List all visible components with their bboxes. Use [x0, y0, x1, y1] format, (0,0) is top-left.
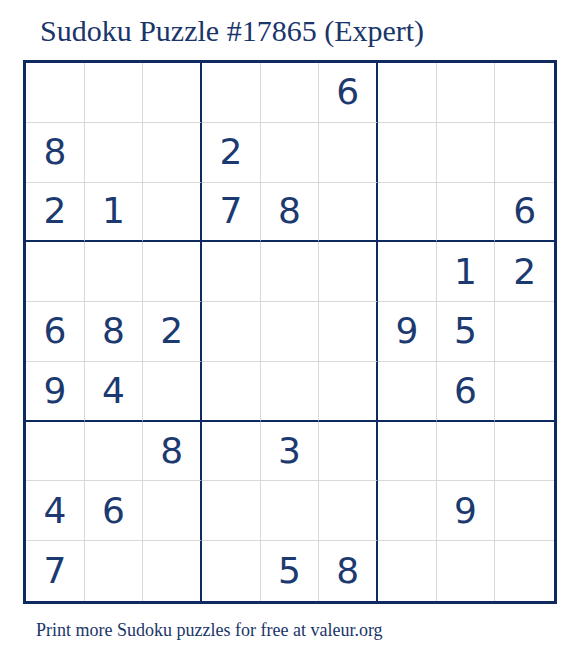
cell-r3c1: 2 — [26, 183, 85, 243]
cell-r1c9 — [495, 63, 554, 123]
cell-r5c1: 6 — [26, 302, 85, 362]
cell-r8c8: 9 — [437, 481, 496, 541]
cell-r8c9 — [495, 481, 554, 541]
cell-r7c7 — [378, 422, 437, 482]
cell-r9c8 — [437, 541, 496, 601]
cell-r7c8 — [437, 422, 496, 482]
cell-r8c4 — [202, 481, 261, 541]
cell-r5c3: 2 — [143, 302, 202, 362]
cell-r6c1: 9 — [26, 362, 85, 422]
cell-r4c7 — [378, 242, 437, 302]
cell-r8c7 — [378, 481, 437, 541]
cell-r4c3 — [143, 242, 202, 302]
cell-r6c4 — [202, 362, 261, 422]
cell-r7c5: 3 — [261, 422, 320, 482]
cell-r8c6 — [319, 481, 378, 541]
cell-r8c1: 4 — [26, 481, 85, 541]
cell-r6c5 — [261, 362, 320, 422]
cell-r5c6 — [319, 302, 378, 362]
cell-r6c8: 6 — [437, 362, 496, 422]
cell-r5c8: 5 — [437, 302, 496, 362]
cell-r4c1 — [26, 242, 85, 302]
cell-r7c3: 8 — [143, 422, 202, 482]
cell-r1c2 — [85, 63, 144, 123]
cell-r8c5 — [261, 481, 320, 541]
cell-r9c7 — [378, 541, 437, 601]
cell-r3c8 — [437, 183, 496, 243]
cell-r5c2: 8 — [85, 302, 144, 362]
cell-r3c4: 7 — [202, 183, 261, 243]
cell-r5c7: 9 — [378, 302, 437, 362]
cell-r7c2 — [85, 422, 144, 482]
cell-r2c4: 2 — [202, 123, 261, 183]
cell-r3c9: 6 — [495, 183, 554, 243]
cell-r9c4 — [202, 541, 261, 601]
page-title: Sudoku Puzzle #17865 (Expert) — [40, 14, 424, 48]
cell-r7c9 — [495, 422, 554, 482]
footer-text: Print more Sudoku puzzles for free at va… — [36, 620, 383, 641]
cell-r6c3 — [143, 362, 202, 422]
cell-r9c3 — [143, 541, 202, 601]
cell-r3c3 — [143, 183, 202, 243]
cell-r6c9 — [495, 362, 554, 422]
cell-r7c4 — [202, 422, 261, 482]
cell-r1c4 — [202, 63, 261, 123]
cell-r4c8: 1 — [437, 242, 496, 302]
cell-r8c3 — [143, 481, 202, 541]
sudoku-grid: 68221786126829594683469758 — [23, 60, 557, 604]
cell-r1c7 — [378, 63, 437, 123]
cell-r9c5: 5 — [261, 541, 320, 601]
cell-r2c1: 8 — [26, 123, 85, 183]
cell-r3c2: 1 — [85, 183, 144, 243]
cell-r5c5 — [261, 302, 320, 362]
cell-r5c4 — [202, 302, 261, 362]
cell-r2c7 — [378, 123, 437, 183]
cell-r4c5 — [261, 242, 320, 302]
cell-r4c2 — [85, 242, 144, 302]
cell-r1c8 — [437, 63, 496, 123]
sudoku-page: Sudoku Puzzle #17865 (Expert) 6822178612… — [0, 0, 580, 651]
cell-r1c6: 6 — [319, 63, 378, 123]
cell-r6c7 — [378, 362, 437, 422]
cell-r4c9: 2 — [495, 242, 554, 302]
cell-r9c1: 7 — [26, 541, 85, 601]
cell-r6c2: 4 — [85, 362, 144, 422]
cell-r9c2 — [85, 541, 144, 601]
cell-r3c6 — [319, 183, 378, 243]
cell-r9c9 — [495, 541, 554, 601]
cell-r3c5: 8 — [261, 183, 320, 243]
cell-r9c6: 8 — [319, 541, 378, 601]
cell-r2c3 — [143, 123, 202, 183]
cell-r5c9 — [495, 302, 554, 362]
cell-r7c6 — [319, 422, 378, 482]
cell-r8c2: 6 — [85, 481, 144, 541]
cell-r1c3 — [143, 63, 202, 123]
cell-r3c7 — [378, 183, 437, 243]
cell-r2c2 — [85, 123, 144, 183]
cell-r7c1 — [26, 422, 85, 482]
cell-r2c8 — [437, 123, 496, 183]
cell-r1c1 — [26, 63, 85, 123]
cell-r2c5 — [261, 123, 320, 183]
cell-r2c6 — [319, 123, 378, 183]
cell-r6c6 — [319, 362, 378, 422]
cell-r2c9 — [495, 123, 554, 183]
cell-r4c6 — [319, 242, 378, 302]
cell-r1c5 — [261, 63, 320, 123]
cell-r4c4 — [202, 242, 261, 302]
